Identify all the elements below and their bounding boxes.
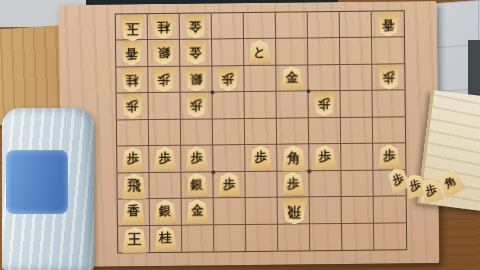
board-square[interactable] (341, 117, 373, 144)
board-square[interactable] (340, 38, 372, 65)
board-square[interactable] (374, 196, 406, 223)
board-square[interactable]: 歩 (277, 171, 309, 198)
board-square[interactable]: 香 (116, 40, 148, 67)
board-square[interactable]: 銀 (181, 172, 213, 199)
board-square[interactable] (276, 12, 308, 39)
board-square[interactable] (245, 171, 277, 198)
shogi-piece[interactable]: 歩 (153, 147, 176, 171)
board-square[interactable] (372, 38, 404, 65)
board-square[interactable] (149, 172, 181, 199)
shogi-piece[interactable]: 飛 (282, 198, 307, 224)
shogi-piece[interactable]: 歩 (185, 146, 208, 170)
board-square[interactable]: 王 (118, 226, 150, 253)
board-square[interactable] (341, 91, 373, 118)
board-square[interactable]: 桂 (150, 225, 182, 252)
shogi-piece[interactable]: 歩 (378, 144, 401, 168)
shogi-piece[interactable]: 銀 (184, 67, 207, 91)
board-square[interactable] (373, 117, 405, 144)
board-square[interactable]: 桂 (116, 67, 148, 94)
board-square[interactable] (342, 223, 374, 250)
board-square[interactable] (342, 197, 374, 224)
shogi-piece[interactable]: 金 (186, 199, 209, 223)
board-square[interactable] (340, 12, 372, 39)
board-square[interactable]: 歩 (309, 144, 341, 171)
board-square[interactable]: 銀 (150, 199, 182, 226)
shogi-piece[interactable]: 歩 (313, 145, 336, 169)
board-square[interactable]: 金 (276, 65, 308, 92)
board-square[interactable]: 桂 (148, 14, 180, 41)
board-square[interactable] (340, 65, 372, 92)
shogi-piece[interactable]: 歩 (281, 172, 304, 196)
shogi-piece[interactable]: 金 (280, 66, 303, 90)
shogi-piece[interactable]: 歩 (121, 94, 144, 118)
shogi-piece[interactable]: 銀 (152, 41, 175, 65)
board-square[interactable]: 玉 (116, 14, 148, 41)
board-square[interactable] (277, 118, 309, 145)
water-bottle-label-mark (22, 158, 40, 204)
shogi-piece[interactable]: 香 (376, 12, 399, 36)
board-square[interactable]: 飛 (278, 197, 310, 224)
board-square[interactable]: 香 (372, 11, 404, 38)
shogi-piece[interactable]: 歩 (121, 147, 144, 171)
board-square[interactable]: 銀 (148, 40, 180, 67)
board-square[interactable]: 歩 (373, 144, 405, 171)
shogi-piece[interactable]: 金 (184, 14, 207, 38)
board-square[interactable]: 銀 (180, 66, 212, 93)
board-square[interactable] (246, 224, 278, 251)
shogi-piece[interactable]: 歩 (217, 172, 240, 196)
shogi-piece[interactable]: 金 (184, 41, 207, 65)
board-square[interactable]: 歩 (245, 145, 277, 172)
board-square[interactable]: 歩 (213, 172, 245, 199)
board-square[interactable] (309, 118, 341, 145)
board-square[interactable] (309, 171, 341, 198)
shogi-piece[interactable]: 歩 (185, 93, 208, 117)
board-square[interactable] (245, 92, 277, 119)
board-grid: 玉桂金香香銀金と桂歩銀歩金歩歩歩歩歩歩歩歩角歩歩飛銀歩歩香銀金飛王桂 (115, 10, 407, 253)
shogi-piece[interactable]: 桂 (154, 227, 177, 251)
board-square[interactable] (310, 224, 342, 251)
board-square[interactable] (244, 13, 276, 40)
board-square[interactable]: 歩 (117, 93, 149, 120)
board-square[interactable] (246, 198, 278, 225)
board-square[interactable]: 歩 (117, 146, 149, 173)
shogi-piece[interactable]: 桂 (152, 14, 175, 38)
board-square[interactable] (308, 65, 340, 92)
board-square[interactable]: 飛 (117, 173, 149, 200)
board-square[interactable] (308, 38, 340, 65)
board-square[interactable] (213, 119, 245, 146)
shogi-piece[interactable]: 玉 (120, 15, 145, 41)
star-point (211, 170, 215, 174)
shogi-piece[interactable]: 香 (122, 200, 145, 224)
shogi-piece[interactable]: 歩 (249, 146, 272, 170)
board-square[interactable] (181, 119, 213, 146)
board-square[interactable]: 角 (277, 145, 309, 172)
shogi-piece[interactable]: 王 (122, 227, 147, 253)
shogi-piece[interactable]: 銀 (154, 200, 177, 224)
shogi-piece[interactable]: と (248, 40, 271, 64)
board-square[interactable] (278, 224, 310, 251)
shogi-piece[interactable]: 歩 (377, 65, 400, 89)
board-square[interactable] (341, 144, 373, 171)
board-square[interactable] (373, 91, 405, 118)
board-square[interactable]: 歩 (181, 146, 213, 173)
board-square[interactable] (149, 119, 181, 146)
shogi-piece[interactable]: 香 (120, 41, 143, 65)
shogi-piece[interactable]: 桂 (120, 68, 143, 92)
board-square[interactable] (245, 118, 277, 145)
board-square[interactable] (117, 120, 149, 147)
board-square[interactable] (212, 13, 244, 40)
board-square[interactable] (182, 225, 214, 252)
board-square[interactable]: 香 (118, 199, 150, 226)
shogi-piece[interactable]: 角 (281, 145, 306, 171)
shogi-piece[interactable]: 飛 (121, 173, 146, 199)
board-square[interactable]: 歩 (181, 93, 213, 120)
shogi-piece[interactable]: 歩 (216, 67, 239, 91)
board-square[interactable] (374, 223, 406, 250)
board-square[interactable] (244, 66, 276, 93)
board-square[interactable]: 歩 (212, 66, 244, 93)
board-square[interactable] (212, 39, 244, 66)
board-square[interactable] (214, 198, 246, 225)
board-square[interactable]: と (244, 39, 276, 66)
board-square[interactable] (277, 92, 309, 119)
board-square[interactable] (213, 92, 245, 119)
star-point (307, 169, 311, 173)
board-square[interactable]: 金 (182, 198, 214, 225)
board-square[interactable]: 歩 (309, 91, 341, 118)
shogi-piece[interactable]: 歩 (152, 67, 175, 91)
board-square[interactable] (308, 12, 340, 39)
board-square[interactable]: 歩 (148, 67, 180, 94)
board-square[interactable] (149, 93, 181, 120)
shogi-board: 玉桂金香香銀金と桂歩銀歩金歩歩歩歩歩歩歩歩角歩歩飛銀歩歩香銀金飛王桂 (59, 1, 440, 267)
board-square[interactable]: 金 (180, 40, 212, 67)
shogi-piece[interactable]: 歩 (313, 92, 336, 116)
board-square[interactable] (213, 145, 245, 172)
board-square[interactable]: 歩 (149, 146, 181, 173)
board-square[interactable]: 金 (180, 13, 212, 40)
board-square[interactable] (310, 197, 342, 224)
board-square[interactable] (341, 170, 373, 197)
shogi-piece[interactable]: 銀 (185, 173, 208, 197)
board-square[interactable] (214, 225, 246, 252)
board-square[interactable] (276, 39, 308, 66)
board-square[interactable]: 歩 (372, 64, 404, 91)
